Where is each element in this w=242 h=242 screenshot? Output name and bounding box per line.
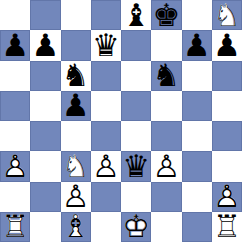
square-c5[interactable]: ♟ bbox=[61, 91, 91, 121]
square-b7[interactable]: ♟ bbox=[30, 30, 60, 60]
square-a1[interactable]: ♜♖ bbox=[0, 212, 30, 242]
white-pawn-h2: ♟♙ bbox=[212, 182, 242, 212]
square-b2[interactable] bbox=[30, 182, 60, 212]
square-d1[interactable] bbox=[91, 212, 121, 242]
square-f1[interactable] bbox=[151, 212, 181, 242]
square-e8[interactable]: ♝ bbox=[121, 0, 151, 30]
square-c4[interactable] bbox=[61, 121, 91, 151]
square-a3[interactable]: ♟♙ bbox=[0, 151, 30, 181]
white-bishop-c1: ♝♗ bbox=[61, 212, 91, 242]
black-knight-f6: ♞ bbox=[151, 61, 181, 91]
square-f3[interactable]: ♟♙ bbox=[151, 151, 181, 181]
white-pawn-c2: ♟♙ bbox=[61, 182, 91, 212]
square-e5[interactable] bbox=[121, 91, 151, 121]
square-f7[interactable] bbox=[151, 30, 181, 60]
square-g4[interactable] bbox=[182, 121, 212, 151]
square-c8[interactable] bbox=[61, 0, 91, 30]
black-pawn-g7: ♟ bbox=[182, 30, 212, 60]
square-e6[interactable] bbox=[121, 61, 151, 91]
square-e1[interactable]: ♚♔ bbox=[121, 212, 151, 242]
square-d8[interactable] bbox=[91, 0, 121, 30]
square-f8[interactable]: ♚ bbox=[151, 0, 181, 30]
square-b4[interactable] bbox=[30, 121, 60, 151]
square-d7[interactable]: ♛ bbox=[91, 30, 121, 60]
square-h1[interactable]: ♜♖ bbox=[212, 212, 242, 242]
black-queen-d7: ♛ bbox=[91, 30, 121, 60]
square-a8[interactable] bbox=[0, 0, 30, 30]
white-knight-c3: ♞♘ bbox=[61, 151, 91, 181]
square-f5[interactable] bbox=[151, 91, 181, 121]
square-b3[interactable] bbox=[30, 151, 60, 181]
square-b1[interactable] bbox=[30, 212, 60, 242]
square-g8[interactable] bbox=[182, 0, 212, 30]
square-d2[interactable] bbox=[91, 182, 121, 212]
square-f6[interactable]: ♞ bbox=[151, 61, 181, 91]
square-b8[interactable] bbox=[30, 0, 60, 30]
square-e3[interactable]: ♛ bbox=[121, 151, 151, 181]
square-c1[interactable]: ♝♗ bbox=[61, 212, 91, 242]
black-knight-c6: ♞ bbox=[61, 61, 91, 91]
black-king-f8: ♚ bbox=[151, 0, 181, 30]
black-pawn-c5: ♟ bbox=[61, 91, 91, 121]
square-f4[interactable] bbox=[151, 121, 181, 151]
square-g3[interactable] bbox=[182, 151, 212, 181]
white-king-e1: ♚♔ bbox=[121, 212, 151, 242]
square-h4[interactable] bbox=[212, 121, 242, 151]
square-d5[interactable] bbox=[91, 91, 121, 121]
square-a6[interactable] bbox=[0, 61, 30, 91]
square-a4[interactable] bbox=[0, 121, 30, 151]
white-rook-a1: ♜♖ bbox=[0, 212, 30, 242]
square-h3[interactable] bbox=[212, 151, 242, 181]
white-pawn-f3: ♟♙ bbox=[151, 151, 181, 181]
white-pawn-a3: ♟♙ bbox=[0, 151, 30, 181]
square-h8[interactable]: ♞♘ bbox=[212, 0, 242, 30]
square-c7[interactable] bbox=[61, 30, 91, 60]
black-pawn-b7: ♟ bbox=[30, 30, 60, 60]
square-g5[interactable] bbox=[182, 91, 212, 121]
square-c3[interactable]: ♞♘ bbox=[61, 151, 91, 181]
square-e4[interactable] bbox=[121, 121, 151, 151]
square-f2[interactable] bbox=[151, 182, 181, 212]
square-c6[interactable]: ♞ bbox=[61, 61, 91, 91]
square-g7[interactable]: ♟ bbox=[182, 30, 212, 60]
square-h2[interactable]: ♟♙ bbox=[212, 182, 242, 212]
square-d6[interactable] bbox=[91, 61, 121, 91]
square-b5[interactable] bbox=[30, 91, 60, 121]
square-c2[interactable]: ♟♙ bbox=[61, 182, 91, 212]
square-h5[interactable] bbox=[212, 91, 242, 121]
chess-board: ♝♚♞♘♟♟♛♟♟♞♞♟♟♙♞♘♟♙♛♟♙♟♙♟♙♜♖♝♗♚♔♜♖ bbox=[0, 0, 242, 242]
square-d3[interactable]: ♟♙ bbox=[91, 151, 121, 181]
black-bishop-e8: ♝ bbox=[121, 0, 151, 30]
black-pawn-a7: ♟ bbox=[0, 30, 30, 60]
square-g6[interactable] bbox=[182, 61, 212, 91]
square-g1[interactable] bbox=[182, 212, 212, 242]
square-h7[interactable]: ♟ bbox=[212, 30, 242, 60]
black-pawn-h7: ♟ bbox=[212, 30, 242, 60]
white-rook-h1: ♜♖ bbox=[212, 212, 242, 242]
white-knight-h8: ♞♘ bbox=[212, 0, 242, 30]
square-g2[interactable] bbox=[182, 182, 212, 212]
square-e7[interactable] bbox=[121, 30, 151, 60]
square-a5[interactable] bbox=[0, 91, 30, 121]
square-e2[interactable] bbox=[121, 182, 151, 212]
square-h6[interactable] bbox=[212, 61, 242, 91]
black-queen-e3: ♛ bbox=[121, 151, 151, 181]
square-a2[interactable] bbox=[0, 182, 30, 212]
white-pawn-d3: ♟♙ bbox=[91, 151, 121, 181]
square-d4[interactable] bbox=[91, 121, 121, 151]
square-a7[interactable]: ♟ bbox=[0, 30, 30, 60]
square-b6[interactable] bbox=[30, 61, 60, 91]
